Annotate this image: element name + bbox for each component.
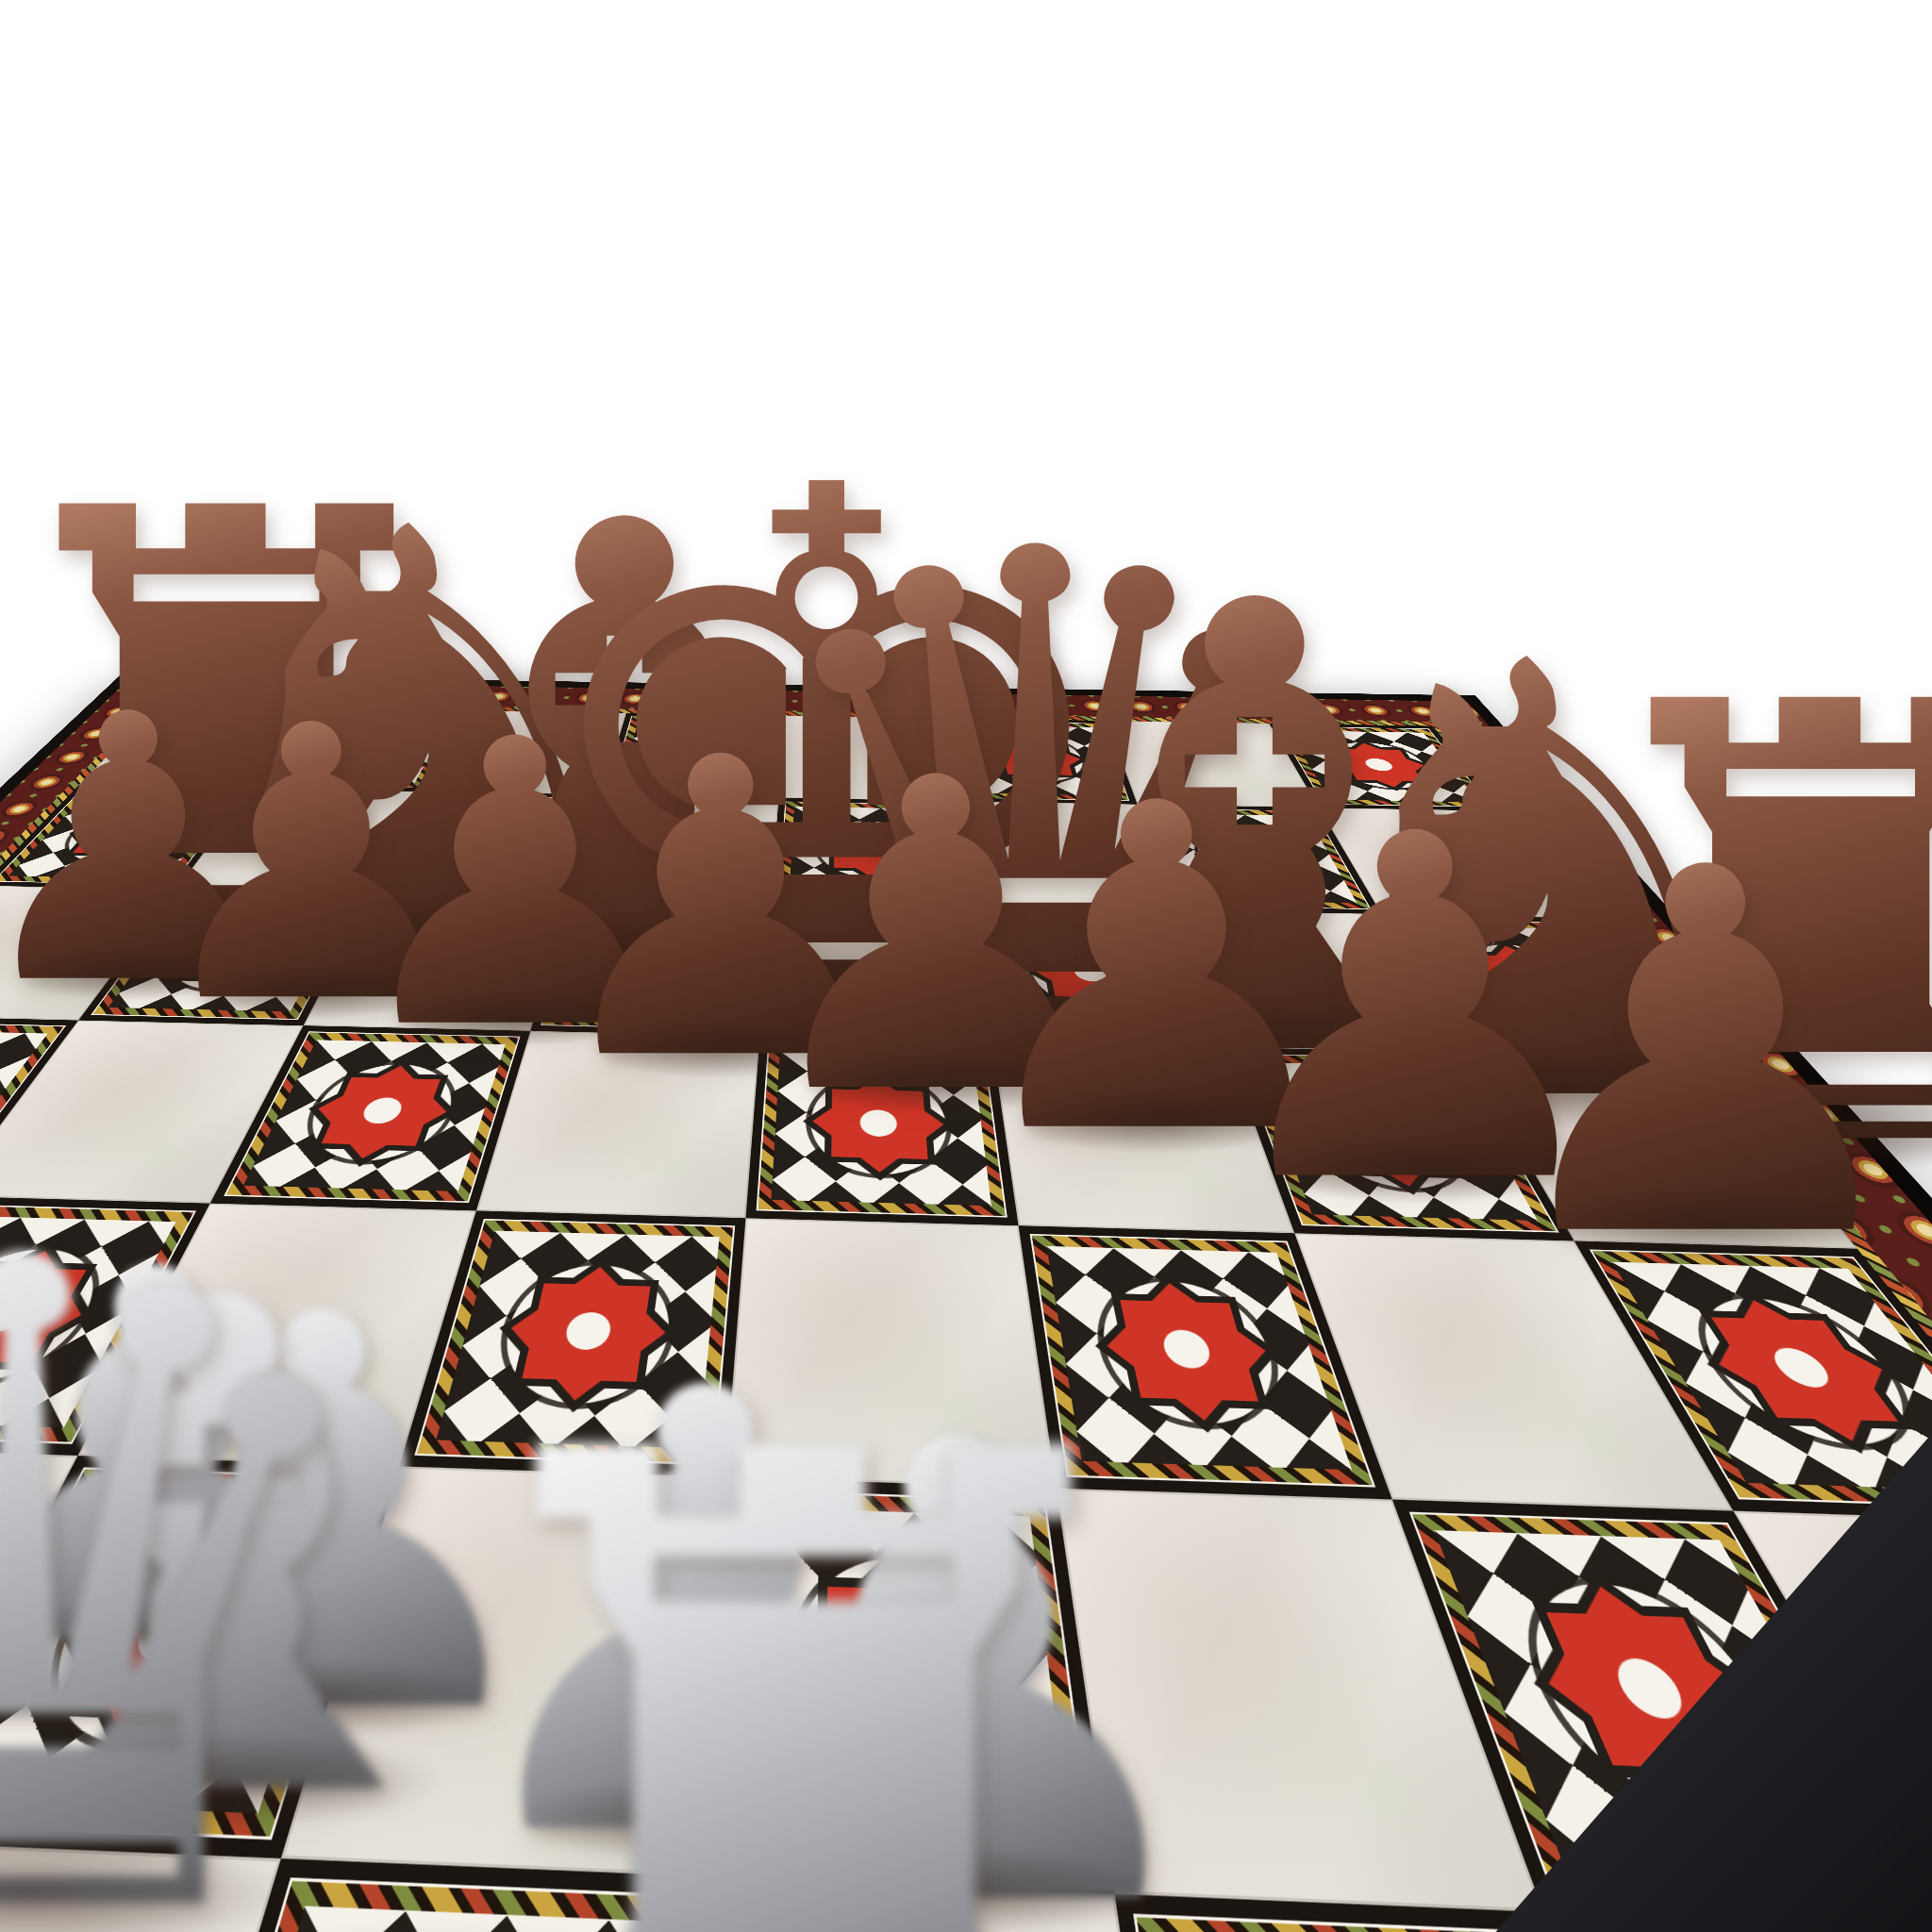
piece-black-rook-a8: ♜ [376,1331,1230,1932]
pieces-layer: ♜♞♝♚♛♝♞♜♟♟♟♟♟♟♟♟♛♟♝♟♞♟♜♟ [0,0,1932,1932]
chess-set-photo: ♜♞♝♚♛♝♞♜♟♟♟♟♟♟♟♟♛♟♝♟♞♟♜♟ [0,0,1932,1932]
piece-white-pawn-a2: ♟ [1481,804,1931,1306]
